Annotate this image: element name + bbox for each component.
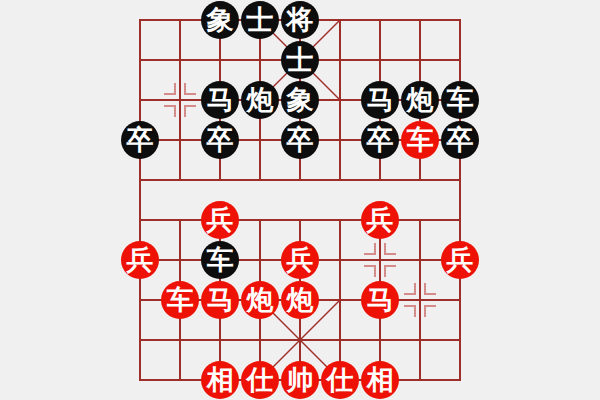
point-marker	[424, 283, 436, 295]
point-marker	[164, 105, 176, 117]
piece-black-soldier[interactable]: 卒	[441, 121, 479, 159]
xiangqi-board[interactable]: 象士将士马炮象马炮车卒卒卒卒车卒兵兵兵车兵兵车马炮炮马相仕帅仕相	[0, 0, 600, 400]
grid-line	[419, 219, 421, 381]
point-marker	[184, 83, 196, 95]
piece-black-soldier[interactable]: 卒	[281, 121, 319, 159]
piece-black-advisor[interactable]: 士	[241, 1, 279, 39]
grid-line	[339, 219, 341, 381]
piece-red-soldier[interactable]: 兵	[441, 241, 479, 279]
point-marker	[184, 105, 196, 117]
grid-line	[139, 19, 141, 381]
piece-red-soldier[interactable]: 兵	[281, 241, 319, 279]
point-marker	[164, 83, 176, 95]
grid-line	[459, 19, 461, 381]
piece-black-horse[interactable]: 马	[361, 81, 399, 119]
piece-red-advisor[interactable]: 仕	[241, 361, 279, 399]
piece-black-advisor[interactable]: 士	[281, 41, 319, 79]
piece-red-cannon[interactable]: 炮	[241, 281, 279, 319]
point-marker	[384, 243, 396, 255]
piece-red-horse[interactable]: 马	[201, 281, 239, 319]
piece-black-horse[interactable]: 马	[201, 81, 239, 119]
piece-red-cannon[interactable]: 炮	[281, 281, 319, 319]
point-marker	[404, 305, 416, 317]
piece-black-soldier[interactable]: 卒	[201, 121, 239, 159]
piece-black-general[interactable]: 将	[281, 1, 319, 39]
piece-black-elephant[interactable]: 象	[201, 1, 239, 39]
point-marker	[384, 265, 396, 277]
piece-black-chariot[interactable]: 车	[201, 241, 239, 279]
piece-red-soldier[interactable]: 兵	[201, 201, 239, 239]
piece-black-soldier[interactable]: 卒	[121, 121, 159, 159]
point-marker	[424, 305, 436, 317]
piece-red-soldier[interactable]: 兵	[121, 241, 159, 279]
point-marker	[364, 265, 376, 277]
piece-red-general[interactable]: 帅	[281, 361, 319, 399]
grid-line	[339, 19, 341, 181]
piece-red-chariot[interactable]: 车	[401, 121, 439, 159]
piece-black-elephant[interactable]: 象	[281, 81, 319, 119]
grid-line	[179, 19, 181, 181]
point-marker	[404, 283, 416, 295]
piece-black-chariot[interactable]: 车	[441, 81, 479, 119]
piece-red-horse[interactable]: 马	[361, 281, 399, 319]
piece-red-soldier[interactable]: 兵	[361, 201, 399, 239]
piece-red-advisor[interactable]: 仕	[321, 361, 359, 399]
piece-red-elephant[interactable]: 相	[361, 361, 399, 399]
piece-black-cannon[interactable]: 炮	[241, 81, 279, 119]
point-marker	[364, 243, 376, 255]
piece-red-elephant[interactable]: 相	[201, 361, 239, 399]
piece-red-chariot[interactable]: 车	[161, 281, 199, 319]
piece-black-cannon[interactable]: 炮	[401, 81, 439, 119]
piece-black-soldier[interactable]: 卒	[361, 121, 399, 159]
